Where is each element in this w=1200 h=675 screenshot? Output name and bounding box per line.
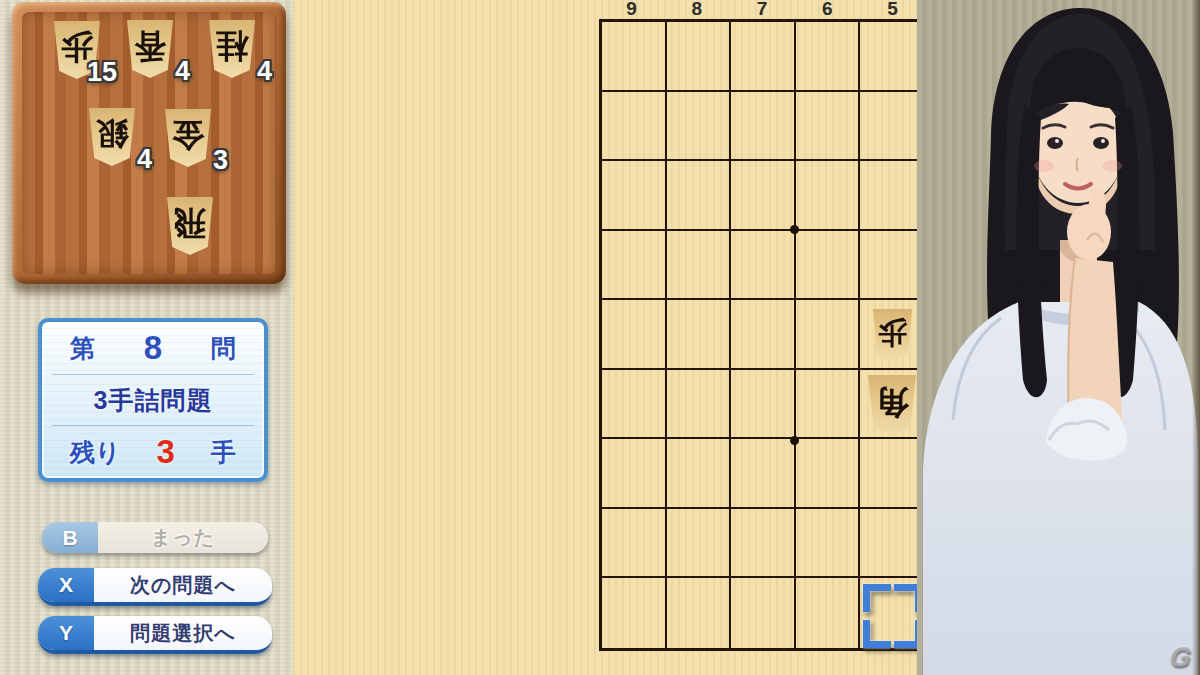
site-logo-g: G <box>1168 642 1193 673</box>
board-square[interactable] <box>731 370 796 440</box>
problem-select-button[interactable]: Y 問題選択へ <box>38 616 272 654</box>
gote-piece-飛: 飛 <box>166 197 214 255</box>
gamepad-x-icon: X <box>38 568 94 602</box>
problem-prefix-label: 第 <box>70 332 95 365</box>
board-square[interactable] <box>731 509 796 579</box>
board-square[interactable] <box>796 231 861 301</box>
board-square[interactable] <box>731 22 796 92</box>
board-square[interactable] <box>796 300 861 370</box>
board-square[interactable] <box>860 92 925 162</box>
gote-piece-歩[interactable]: 歩 <box>872 309 913 361</box>
board-square[interactable] <box>667 92 732 162</box>
gote-piece-香: 香 <box>126 20 174 78</box>
board-square[interactable] <box>731 161 796 231</box>
right-panel: G <box>917 0 1200 675</box>
game-screen: 歩15香4桂4銀4金3飛 第 8 問 3手詰問題 残り 3 手 B まった X … <box>0 0 1200 675</box>
file-label: 7 <box>729 0 794 18</box>
hand-piece-飛: 飛 <box>166 197 214 255</box>
hand-piece-count: 3 <box>213 145 228 176</box>
board-square[interactable] <box>860 439 925 509</box>
next-problem-button-label: 次の問題へ <box>94 568 272 602</box>
hand-piece-歩: 歩15 <box>53 21 101 79</box>
problem-type-label: 3手詰問題 <box>94 384 213 417</box>
presenter-photo <box>917 0 1200 675</box>
board-square[interactable] <box>796 509 861 579</box>
board-square[interactable] <box>667 578 732 648</box>
board-square[interactable] <box>796 439 861 509</box>
piece-kanji: 桂 <box>216 30 248 62</box>
board-square[interactable] <box>667 439 732 509</box>
file-label: 8 <box>664 0 729 18</box>
file-label: 9 <box>599 0 664 18</box>
hand-piece-銀: 銀4 <box>88 108 136 166</box>
piece-kanji: 歩 <box>878 317 907 346</box>
board-square[interactable] <box>860 231 925 301</box>
cursor-corner <box>863 584 891 612</box>
board-square[interactable] <box>731 300 796 370</box>
hand-piece-金: 金3 <box>164 109 212 167</box>
board-square[interactable] <box>602 161 667 231</box>
board-square[interactable] <box>667 509 732 579</box>
hand-piece-count: 4 <box>175 56 190 87</box>
board-square[interactable] <box>602 370 667 440</box>
piece-kanji: 香 <box>134 30 166 62</box>
piece-kanji: 角 <box>876 385 910 419</box>
board-square[interactable] <box>796 161 861 231</box>
cursor-corner <box>863 620 891 648</box>
board-square[interactable] <box>796 370 861 440</box>
undo-button[interactable]: B まった <box>42 522 268 553</box>
problem-type-row: 3手詰問題 <box>42 375 264 425</box>
problem-number: 8 <box>144 329 162 367</box>
board-square[interactable] <box>667 22 732 92</box>
board-square[interactable] <box>602 22 667 92</box>
hand-piece-香: 香4 <box>126 20 174 78</box>
remaining-suffix-label: 手 <box>211 436 236 469</box>
piece-kanji: 金 <box>172 119 204 151</box>
board-square[interactable] <box>731 578 796 648</box>
gamepad-b-icon: B <box>42 522 98 553</box>
problem-select-button-label: 問題選択へ <box>94 616 272 650</box>
piece-kanji: 飛 <box>174 207 206 239</box>
board-square[interactable] <box>731 231 796 301</box>
hand-piece-count: 4 <box>257 56 272 87</box>
problem-info-panel: 第 8 問 3手詰問題 残り 3 手 <box>38 318 268 482</box>
gote-piece-金: 金 <box>164 109 212 167</box>
gote-piece-角[interactable]: 角 <box>867 375 917 435</box>
shogi-board-panel: 987654321 一二三四五六七八九 飛角歩王歩歩金角 <box>293 0 917 675</box>
piece-kanji: 銀 <box>96 118 128 150</box>
square-cursor <box>860 581 925 651</box>
gote-piece-銀: 銀 <box>88 108 136 166</box>
hoshi-dot <box>790 436 799 445</box>
board-square[interactable] <box>602 300 667 370</box>
file-label: 6 <box>795 0 860 18</box>
board-square[interactable] <box>602 92 667 162</box>
board-square[interactable] <box>602 578 667 648</box>
board-square[interactable] <box>602 439 667 509</box>
hand-piece-count: 15 <box>87 57 117 88</box>
board-square[interactable] <box>796 22 861 92</box>
board-square[interactable] <box>860 509 925 579</box>
problem-suffix-label: 問 <box>211 332 236 365</box>
next-problem-button[interactable]: X 次の問題へ <box>38 568 272 606</box>
remaining-prefix-label: 残り <box>70 436 121 469</box>
remaining-moves-count: 3 <box>157 433 175 471</box>
board-square[interactable] <box>667 370 732 440</box>
board-square[interactable] <box>796 578 861 648</box>
board-square[interactable] <box>667 161 732 231</box>
board-square[interactable] <box>667 231 732 301</box>
board-square[interactable] <box>602 231 667 301</box>
gamepad-y-icon: Y <box>38 616 94 650</box>
board-square[interactable] <box>860 161 925 231</box>
board-square[interactable] <box>731 92 796 162</box>
gote-piece-桂: 桂 <box>208 20 256 78</box>
hand-piece-count: 4 <box>137 144 152 175</box>
board-square[interactable] <box>731 439 796 509</box>
remaining-moves-row: 残り 3 手 <box>42 426 264 478</box>
board-square[interactable] <box>796 92 861 162</box>
board-square[interactable] <box>667 300 732 370</box>
gote-hand-tray: 歩15香4桂4銀4金3飛 <box>12 2 286 284</box>
gote-hand-tray-surface: 歩15香4桂4銀4金3飛 <box>22 12 276 274</box>
undo-button-label: まった <box>98 522 268 553</box>
board-square[interactable] <box>602 509 667 579</box>
board-square[interactable] <box>860 22 925 92</box>
file-label: 5 <box>860 0 925 18</box>
problem-number-row: 第 8 問 <box>42 322 264 374</box>
hand-piece-桂: 桂4 <box>208 20 256 78</box>
